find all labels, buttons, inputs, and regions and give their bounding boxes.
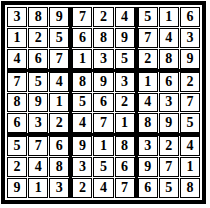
cell-r8c5: 5	[93, 157, 113, 177]
cell-r4c6: 3	[115, 72, 135, 92]
cell-r7c7: 3	[138, 136, 158, 156]
cell-r2c3: 5	[49, 28, 69, 48]
cell-r6c6: 1	[115, 113, 135, 133]
sudoku-board: 3891254677246891355167432897548916328935…	[1, 1, 206, 204]
cell-r5c3: 1	[49, 93, 69, 113]
cell-r9c2: 1	[28, 178, 48, 198]
cell-r5c6: 2	[115, 93, 135, 113]
sudoku-box-grid: 3891254677246891355167432897548916328935…	[7, 7, 200, 198]
cell-r8c4: 3	[72, 157, 92, 177]
cell-r4c1: 7	[7, 72, 27, 92]
cell-r9c5: 4	[93, 178, 113, 198]
cell-r6c8: 9	[159, 113, 179, 133]
cell-r9c6: 7	[115, 178, 135, 198]
cell-r9c1: 9	[7, 178, 27, 198]
sudoku-box-6: 162437895	[138, 72, 200, 134]
cell-r1c7: 5	[138, 7, 158, 27]
sudoku-box-2: 724689135	[72, 7, 134, 69]
cell-r1c6: 4	[115, 7, 135, 27]
sudoku-box-4: 754891632	[7, 72, 69, 134]
cell-r7c4: 9	[72, 136, 92, 156]
sudoku-box-3: 516743289	[138, 7, 200, 69]
sudoku-box-5: 893562471	[72, 72, 134, 134]
cell-r7c3: 6	[49, 136, 69, 156]
cell-r2c5: 8	[93, 28, 113, 48]
cell-r5c7: 4	[138, 93, 158, 113]
cell-r6c1: 6	[7, 113, 27, 133]
cell-r8c3: 8	[49, 157, 69, 177]
cell-r8c6: 6	[115, 157, 135, 177]
cell-r2c2: 2	[28, 28, 48, 48]
cell-r3c8: 8	[159, 49, 179, 69]
cell-r4c5: 9	[93, 72, 113, 92]
cell-r7c2: 7	[28, 136, 48, 156]
cell-r5c4: 5	[72, 93, 92, 113]
cell-r4c7: 1	[138, 72, 158, 92]
sudoku-box-7: 576248913	[7, 136, 69, 198]
cell-r6c9: 5	[180, 113, 200, 133]
cell-r2c7: 7	[138, 28, 158, 48]
cell-r7c1: 5	[7, 136, 27, 156]
cell-r6c7: 8	[138, 113, 158, 133]
cell-r7c6: 8	[115, 136, 135, 156]
cell-r3c9: 9	[180, 49, 200, 69]
cell-r2c4: 6	[72, 28, 92, 48]
cell-r1c2: 8	[28, 7, 48, 27]
cell-r8c1: 2	[7, 157, 27, 177]
cell-r2c9: 3	[180, 28, 200, 48]
cell-r1c8: 1	[159, 7, 179, 27]
sudoku-box-1: 389125467	[7, 7, 69, 69]
cell-r4c9: 2	[180, 72, 200, 92]
cell-r1c5: 2	[93, 7, 113, 27]
cell-r3c6: 5	[115, 49, 135, 69]
cell-r3c7: 2	[138, 49, 158, 69]
cell-r5c9: 7	[180, 93, 200, 113]
cell-r7c8: 2	[159, 136, 179, 156]
cell-r9c3: 3	[49, 178, 69, 198]
cell-r9c9: 8	[180, 178, 200, 198]
cell-r6c5: 7	[93, 113, 113, 133]
cell-r8c2: 4	[28, 157, 48, 177]
cell-r6c2: 3	[28, 113, 48, 133]
cell-r2c1: 1	[7, 28, 27, 48]
cell-r5c8: 3	[159, 93, 179, 113]
cell-r3c3: 7	[49, 49, 69, 69]
cell-r6c3: 2	[49, 113, 69, 133]
cell-r1c1: 3	[7, 7, 27, 27]
cell-r8c7: 9	[138, 157, 158, 177]
cell-r6c4: 4	[72, 113, 92, 133]
sudoku-box-9: 324971658	[138, 136, 200, 198]
cell-r5c1: 8	[7, 93, 27, 113]
cell-r5c2: 9	[28, 93, 48, 113]
cell-r9c8: 5	[159, 178, 179, 198]
cell-r2c8: 4	[159, 28, 179, 48]
cell-r9c4: 2	[72, 178, 92, 198]
cell-r8c8: 7	[159, 157, 179, 177]
cell-r8c9: 1	[180, 157, 200, 177]
cell-r4c4: 8	[72, 72, 92, 92]
cell-r3c5: 3	[93, 49, 113, 69]
cell-r7c5: 1	[93, 136, 113, 156]
cell-r5c5: 6	[93, 93, 113, 113]
cell-r3c2: 6	[28, 49, 48, 69]
cell-r1c9: 6	[180, 7, 200, 27]
cell-r4c8: 6	[159, 72, 179, 92]
cell-r3c1: 4	[7, 49, 27, 69]
cell-r1c4: 7	[72, 7, 92, 27]
cell-r9c7: 6	[138, 178, 158, 198]
cell-r2c6: 9	[115, 28, 135, 48]
cell-r4c2: 5	[28, 72, 48, 92]
cell-r1c3: 9	[49, 7, 69, 27]
sudoku-box-8: 918356247	[72, 136, 134, 198]
cell-r3c4: 1	[72, 49, 92, 69]
cell-r4c3: 4	[49, 72, 69, 92]
cell-r7c9: 4	[180, 136, 200, 156]
